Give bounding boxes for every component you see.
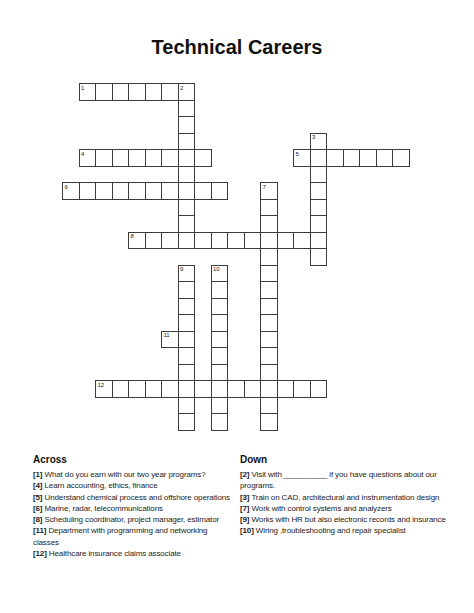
grid-cell[interactable]: [145, 232, 163, 250]
grid-cell[interactable]: [128, 83, 146, 101]
grid-cell[interactable]: [343, 149, 361, 167]
grid-cell[interactable]: [161, 83, 179, 101]
grid-cell[interactable]: [260, 314, 278, 332]
grid-cell[interactable]: [95, 149, 113, 167]
grid-cell[interactable]: 1: [79, 83, 97, 101]
grid-cell[interactable]: [178, 364, 196, 382]
grid-cell[interactable]: [178, 232, 196, 250]
grid-cell[interactable]: [161, 182, 179, 200]
crossword-grid: 123456789101112: [62, 83, 410, 431]
grid-cell[interactable]: [128, 380, 146, 398]
clue-number: [5]: [33, 493, 42, 502]
grid-cell[interactable]: [178, 281, 196, 299]
page-title: Technical Careers: [0, 36, 474, 59]
cell-number: 4: [81, 151, 84, 157]
grid-cell[interactable]: [260, 397, 278, 415]
grid-cell[interactable]: [359, 149, 377, 167]
grid-cell[interactable]: [194, 232, 212, 250]
cell-number: 6: [65, 184, 68, 190]
grid-cell[interactable]: [211, 182, 229, 200]
grid-cell[interactable]: 8: [128, 232, 146, 250]
grid-cell[interactable]: [112, 83, 130, 101]
clue-down-9: [9] Works with HR but also electronic re…: [240, 514, 454, 525]
grid-cell[interactable]: [95, 182, 113, 200]
grid-cell[interactable]: [178, 314, 196, 332]
grid-cell[interactable]: 6: [62, 182, 80, 200]
grid-cell[interactable]: [178, 347, 196, 365]
clue-down-7: [7] Work with control systems and analyz…: [240, 503, 454, 514]
down-clue-list: [2] Visit with __________ if you have qu…: [240, 469, 454, 537]
cell-number: 12: [98, 382, 104, 388]
grid-cell[interactable]: [376, 149, 394, 167]
clue-number: [12]: [33, 549, 47, 558]
clue-number: [7]: [240, 504, 249, 513]
grid-cell[interactable]: [277, 380, 295, 398]
grid-cell[interactable]: [211, 397, 229, 415]
clue-down-3: [3] Train on CAD, architectural and inst…: [240, 492, 454, 503]
grid-cell[interactable]: [310, 232, 328, 250]
clue-number: [4]: [33, 481, 42, 490]
clue-across-5: [5] Understand chemical process and offs…: [33, 492, 235, 503]
grid-cell[interactable]: 2: [178, 83, 196, 101]
clue-number: [3]: [240, 493, 249, 502]
clue-across-1: [1] What do you earn with our two year p…: [33, 469, 235, 480]
grid-cell[interactable]: [260, 199, 278, 217]
clue-across-11: [11] Department with programming and net…: [33, 525, 235, 548]
grid-cell[interactable]: [260, 331, 278, 349]
clue-number: [8]: [33, 515, 42, 524]
grid-cell[interactable]: [128, 149, 146, 167]
grid-cell[interactable]: [260, 248, 278, 266]
grid-cell[interactable]: [178, 133, 196, 151]
grid-cell[interactable]: 11: [161, 331, 179, 349]
grid-cell[interactable]: [178, 100, 196, 118]
grid-cell[interactable]: [112, 149, 130, 167]
grid-cell[interactable]: [211, 281, 229, 299]
grid-cell[interactable]: 7: [260, 182, 278, 200]
grid-cell[interactable]: 5: [293, 149, 311, 167]
grid-cell[interactable]: [178, 215, 196, 233]
grid-cell[interactable]: [211, 380, 229, 398]
grid-cell[interactable]: 9: [178, 265, 196, 283]
grid-cell[interactable]: [326, 149, 344, 167]
grid-cell[interactable]: [293, 380, 311, 398]
cell-number: 9: [180, 266, 183, 272]
grid-cell[interactable]: [211, 364, 229, 382]
grid-cell[interactable]: [211, 314, 229, 332]
grid-cell[interactable]: [260, 347, 278, 365]
grid-cell[interactable]: [211, 232, 229, 250]
grid-cell[interactable]: [178, 380, 196, 398]
cell-number: 5: [296, 151, 299, 157]
clue-across-4: [4] Learn accounting, ethics, finance: [33, 480, 235, 491]
cell-number: 2: [180, 85, 183, 91]
grid-cell[interactable]: 3: [310, 133, 328, 151]
clue-across-12: [12] Healthcare insurance claims associa…: [33, 548, 235, 559]
clue-down-10: [10] Wiring ,troubleshooting and repair …: [240, 525, 454, 536]
grid-cell[interactable]: [145, 182, 163, 200]
cell-number: 10: [213, 266, 219, 272]
grid-cell[interactable]: [310, 182, 328, 200]
grid-cell[interactable]: [79, 182, 97, 200]
across-clue-list: [1] What do you earn with our two year p…: [33, 469, 235, 559]
grid-cell[interactable]: [293, 232, 311, 250]
grid-cell[interactable]: [194, 149, 212, 167]
grid-cell[interactable]: [178, 149, 196, 167]
grid-cell[interactable]: [392, 149, 410, 167]
grid-cell[interactable]: [211, 347, 229, 365]
grid-cell[interactable]: [145, 149, 163, 167]
grid-cell[interactable]: [227, 380, 245, 398]
cell-number: 11: [164, 332, 170, 338]
grid-cell[interactable]: [260, 281, 278, 299]
cell-number: 8: [131, 233, 134, 239]
clue-number: [1]: [33, 470, 42, 479]
grid-cell[interactable]: [310, 215, 328, 233]
grid-cell[interactable]: [95, 83, 113, 101]
grid-cell[interactable]: [178, 413, 196, 431]
grid-cell[interactable]: [178, 199, 196, 217]
grid-cell[interactable]: [310, 380, 328, 398]
clue-number: [11]: [33, 526, 46, 535]
grid-cell[interactable]: [310, 166, 328, 184]
grid-cell[interactable]: [178, 182, 196, 200]
clues-across-section: Across [1] What do you earn with our two…: [33, 454, 235, 559]
down-header: Down: [240, 454, 454, 465]
grid-cell[interactable]: 4: [79, 149, 97, 167]
grid-cell[interactable]: [145, 83, 163, 101]
clue-number: [10]: [240, 526, 254, 535]
grid-cell[interactable]: [260, 364, 278, 382]
clue-across-6: [6] Marine, radar, telecommunications: [33, 503, 235, 514]
cell-number: 3: [312, 134, 315, 140]
clue-down-2: [2] Visit with __________ if you have qu…: [240, 469, 454, 492]
grid-cell[interactable]: [244, 380, 262, 398]
grid-cell[interactable]: [145, 380, 163, 398]
grid-cell[interactable]: [211, 331, 229, 349]
grid-cell[interactable]: [194, 380, 212, 398]
grid-cell[interactable]: [260, 265, 278, 283]
grid-cell[interactable]: [310, 199, 328, 217]
grid-cell[interactable]: [260, 298, 278, 316]
grid-cell[interactable]: [260, 232, 278, 250]
grid-cell[interactable]: [260, 413, 278, 431]
clue-number: [2]: [240, 470, 249, 479]
grid-cell[interactable]: [260, 215, 278, 233]
clue-across-8: [8] Scheduling coordinator, project mana…: [33, 514, 235, 525]
grid-cell[interactable]: [211, 413, 229, 431]
grid-cell[interactable]: [178, 166, 196, 184]
grid-cell[interactable]: [161, 149, 179, 167]
clues-down-section: Down [2] Visit with __________ if you ha…: [240, 454, 454, 537]
grid-cell[interactable]: [194, 182, 212, 200]
grid-cell[interactable]: [161, 232, 179, 250]
grid-cell[interactable]: [178, 116, 196, 134]
cell-number: 7: [263, 184, 266, 190]
grid-cell[interactable]: [260, 380, 278, 398]
grid-cell[interactable]: 10: [211, 265, 229, 283]
clue-number: [9]: [240, 515, 249, 524]
cell-number: 1: [81, 85, 84, 91]
grid-cell[interactable]: [112, 182, 130, 200]
grid-cell[interactable]: [161, 380, 179, 398]
grid-cell[interactable]: [227, 232, 245, 250]
grid-cell[interactable]: [112, 380, 130, 398]
grid-cell[interactable]: [178, 331, 196, 349]
grid-cell[interactable]: [310, 248, 328, 266]
grid-cell[interactable]: [244, 232, 262, 250]
grid-cell[interactable]: [128, 182, 146, 200]
grid-cell[interactable]: [310, 149, 328, 167]
grid-cell[interactable]: 12: [95, 380, 113, 398]
across-header: Across: [33, 454, 235, 465]
clue-number: [6]: [33, 504, 42, 513]
grid-cell[interactable]: [178, 298, 196, 316]
grid-cell[interactable]: [178, 397, 196, 415]
grid-cell[interactable]: [277, 232, 295, 250]
grid-cell[interactable]: [211, 298, 229, 316]
